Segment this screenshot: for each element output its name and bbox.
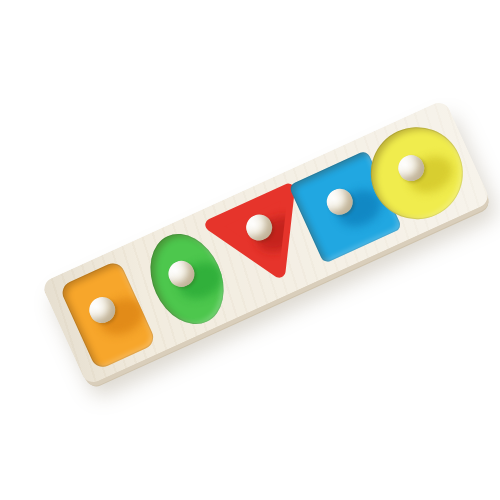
puzzle-board — [41, 99, 492, 386]
product-photo — [0, 0, 500, 500]
